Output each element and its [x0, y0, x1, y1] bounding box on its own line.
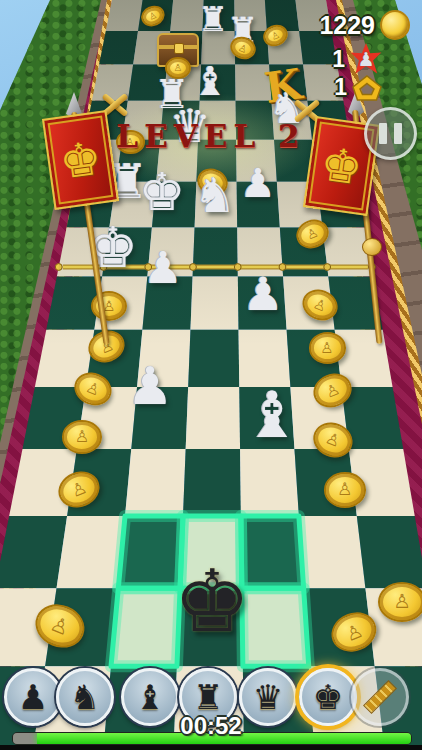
board-square-r0c2 — [170, 0, 203, 31]
board-square-r9c6 — [341, 387, 403, 449]
board-square-r3c2 — [160, 101, 200, 140]
board-square-r10c3 — [183, 449, 241, 516]
board-square-r1c5 — [267, 31, 303, 64]
board-square-r5c3 — [195, 182, 238, 228]
king-emblem-icon: ♚ — [318, 140, 365, 191]
board-square-r4c3 — [196, 140, 236, 182]
board-square-r11c6 — [357, 516, 422, 588]
board-square-r10c5 — [294, 449, 356, 516]
board-square-r2c3 — [200, 64, 236, 100]
board-square-r7c2 — [142, 277, 192, 330]
board-square-r9c0 — [22, 387, 85, 449]
board-square-r9c1 — [77, 387, 137, 449]
board-square-r0c3 — [202, 0, 234, 31]
highlight-square-r12c4[interactable] — [242, 588, 309, 666]
board-square-r0c0 — [106, 0, 143, 31]
board-square-r0c5 — [265, 0, 299, 31]
board-square-r4c4 — [236, 140, 277, 182]
board-square-r8c0 — [35, 330, 95, 387]
board-square-r1c4 — [235, 31, 269, 64]
knight-icon: ♞ — [70, 680, 100, 714]
powerup-pawn-counter: 1 ♟ — [332, 43, 382, 75]
board-square-r8c4 — [239, 330, 291, 387]
queen-icon: ♛ — [253, 680, 283, 714]
board-square-r4c2 — [156, 140, 198, 182]
gold-crown-icon — [352, 75, 382, 101]
highlight-square-r11c2[interactable] — [118, 516, 183, 588]
board-square-r4c1 — [116, 140, 160, 182]
board-square-r3c1 — [122, 101, 164, 140]
ruler-icon — [363, 680, 397, 714]
powerup-pawn-count: 1 — [332, 46, 345, 73]
board-square-r1c3 — [201, 31, 235, 64]
coin-count: 1229 — [319, 11, 375, 40]
board-square-r9c2 — [131, 387, 188, 449]
timer-value: 00:52 — [0, 712, 422, 740]
board-square-r12c3 — [177, 588, 243, 666]
red-flag: ♚ — [42, 110, 119, 210]
board-square-r8c5 — [287, 330, 342, 387]
board-square-r1c1 — [133, 31, 170, 64]
board-square-r7c0 — [46, 277, 102, 330]
powerup-crown-counter: 1 — [334, 74, 382, 101]
board-square-r2c4 — [235, 64, 271, 100]
board-square-r10c4 — [240, 449, 299, 516]
pawn-blast-icon: ♟ — [350, 43, 382, 75]
board-square-r3c4 — [236, 101, 274, 140]
pawn-icon: ♟ — [18, 680, 48, 714]
highlight-square-r11c4[interactable] — [241, 516, 304, 588]
board-square-r8c2 — [137, 330, 190, 387]
board-square-r9c5 — [290, 387, 348, 449]
board-square-r1c2 — [167, 31, 202, 64]
board-square-r9c3 — [186, 387, 240, 449]
board-square-r12c6 — [365, 588, 422, 666]
board-square-r3c3 — [198, 101, 236, 140]
powerup-crown-count: 1 — [334, 74, 347, 101]
game-screen: ♙♜♙♜♙♙♝K♜♞♛♙♙♜♟♚♞♙♚♟♟♙♙♙♙♙♙♟♝♙♙♙♙♙♚♙♙ ♚ … — [0, 0, 422, 750]
board-square-r2c1 — [128, 64, 167, 100]
bottom-letterbox — [0, 745, 422, 750]
coin-icon — [380, 10, 410, 40]
board-square-r5c2 — [152, 182, 196, 228]
pause-icon — [394, 123, 402, 144]
bishop-icon: ♝ — [135, 680, 165, 714]
pause-button[interactable] — [364, 107, 417, 160]
board-square-r2c2 — [164, 64, 201, 100]
board-square-r9c4 — [239, 387, 294, 449]
board-square-r11c0 — [0, 516, 67, 588]
board-square-r8c6 — [335, 330, 393, 387]
king-icon: ♚ — [313, 680, 343, 714]
board-square-r5c4 — [237, 182, 280, 228]
board-square-r1c0 — [99, 31, 138, 64]
board-square-r8c3 — [188, 330, 239, 387]
king-emblem-icon: ♚ — [57, 134, 104, 185]
board-square-r10c2 — [125, 449, 186, 516]
board-square-r7c3 — [190, 277, 238, 330]
highlight-square-r11c3[interactable] — [180, 516, 242, 588]
board-square-r7c4 — [238, 277, 287, 330]
board-square-r2c5 — [269, 64, 307, 100]
rook-icon: ♜ — [193, 680, 223, 714]
board-square-r10c1 — [67, 449, 131, 516]
pole-knob-icon — [362, 238, 382, 256]
board-square-r7c5 — [283, 277, 335, 330]
board-square-r0c1 — [138, 0, 173, 31]
highlight-square-r12c2[interactable] — [111, 588, 180, 666]
board-square-r8c1 — [86, 330, 142, 387]
pause-icon — [379, 123, 387, 144]
coin-counter: 1229 — [319, 10, 410, 40]
board-square-r10c0 — [9, 449, 77, 516]
board-square-r10c6 — [349, 449, 415, 516]
board-square-r0c4 — [234, 0, 267, 31]
board-square-r12c5 — [304, 588, 375, 666]
finish-line — [55, 264, 375, 271]
